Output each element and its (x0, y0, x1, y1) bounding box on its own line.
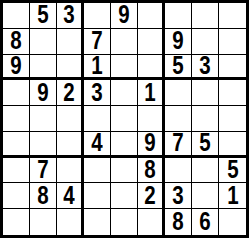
given-digit: 8 (144, 158, 155, 183)
given-digit: 5 (227, 158, 238, 183)
given-digit: 3 (199, 55, 210, 79)
sudoku-cell-r9c1[interactable] (3, 209, 30, 235)
sudoku-cell-r5c3[interactable] (57, 106, 84, 132)
sudoku-cell-r7c3[interactable] (57, 158, 84, 184)
sudoku-cell-r2c1[interactable]: 8 (3, 29, 30, 55)
sudoku-cell-r6c9[interactable] (219, 132, 246, 158)
sudoku-cell-r2c3[interactable] (57, 29, 84, 55)
sudoku-cell-r5c5[interactable] (111, 106, 138, 132)
given-digit: 8 (172, 209, 183, 235)
sudoku-cell-r1c7[interactable] (165, 3, 192, 29)
given-digit: 3 (172, 183, 183, 208)
sudoku-cell-r9c6[interactable] (138, 209, 165, 235)
given-digit: 1 (227, 183, 238, 208)
sudoku-cell-r9c9[interactable] (219, 209, 246, 235)
given-digit: 9 (118, 3, 129, 28)
sudoku-cell-r7c6[interactable]: 8 (138, 158, 165, 184)
sudoku-cell-r6c4[interactable]: 4 (84, 132, 111, 158)
sudoku-cell-r7c5[interactable] (111, 158, 138, 184)
sudoku-cell-r1c1[interactable] (3, 3, 30, 29)
sudoku-cell-r7c4[interactable] (84, 158, 111, 184)
sudoku-cell-r5c6[interactable] (138, 106, 165, 132)
sudoku-cell-r3c1[interactable]: 9 (3, 55, 30, 81)
sudoku-cell-r3c7[interactable]: 5 (165, 55, 192, 81)
sudoku-cell-r4c1[interactable] (3, 80, 30, 106)
sudoku-cell-r2c2[interactable] (30, 29, 57, 55)
sudoku-cell-r6c6[interactable]: 9 (138, 132, 165, 158)
sudoku-cell-r8c5[interactable] (111, 183, 138, 209)
sudoku-cell-r9c2[interactable] (30, 209, 57, 235)
sudoku-cell-r2c6[interactable] (138, 29, 165, 55)
sudoku-cell-r3c9[interactable] (219, 55, 246, 81)
sudoku-cell-r6c7[interactable]: 7 (165, 132, 192, 158)
sudoku-cell-r8c6[interactable]: 2 (138, 183, 165, 209)
sudoku-cell-r6c1[interactable] (3, 132, 30, 158)
sudoku-cell-r6c3[interactable] (57, 132, 84, 158)
sudoku-cell-r5c8[interactable] (192, 106, 219, 132)
sudoku-board: 5398799153923149757858423186 (0, 0, 249, 238)
given-digit: 6 (199, 209, 210, 235)
given-digit: 4 (63, 183, 74, 208)
sudoku-cell-r8c2[interactable]: 8 (30, 183, 57, 209)
sudoku-cell-r2c5[interactable] (111, 29, 138, 55)
sudoku-cell-r2c4[interactable]: 7 (84, 29, 111, 55)
sudoku-cell-r1c3[interactable]: 3 (57, 3, 84, 29)
sudoku-cell-r7c2[interactable]: 7 (30, 158, 57, 184)
sudoku-cell-r2c7[interactable]: 9 (165, 29, 192, 55)
sudoku-cell-r8c8[interactable] (192, 183, 219, 209)
sudoku-cell-r9c5[interactable] (111, 209, 138, 235)
sudoku-cell-r1c4[interactable] (84, 3, 111, 29)
given-digit: 1 (144, 80, 155, 105)
sudoku-cell-r4c2[interactable]: 9 (30, 80, 57, 106)
sudoku-cell-r9c3[interactable] (57, 209, 84, 235)
given-digit: 5 (172, 55, 183, 79)
given-digit: 8 (10, 29, 21, 54)
sudoku-cell-r4c5[interactable] (111, 80, 138, 106)
given-digit: 3 (63, 3, 74, 28)
sudoku-cell-r7c8[interactable] (192, 158, 219, 184)
sudoku-cell-r8c4[interactable] (84, 183, 111, 209)
given-digit: 8 (37, 183, 48, 208)
sudoku-cell-r2c9[interactable] (219, 29, 246, 55)
sudoku-cell-r9c4[interactable] (84, 209, 111, 235)
sudoku-cell-r9c8[interactable]: 6 (192, 209, 219, 235)
given-digit: 7 (91, 29, 102, 54)
given-digit: 7 (172, 132, 183, 156)
given-digit: 5 (37, 3, 48, 28)
sudoku-cell-r1c6[interactable] (138, 3, 165, 29)
sudoku-cell-r5c7[interactable] (165, 106, 192, 132)
sudoku-cell-r3c2[interactable] (30, 55, 57, 81)
sudoku-cell-r6c5[interactable] (111, 132, 138, 158)
given-digit: 9 (10, 55, 21, 79)
sudoku-cell-r8c3[interactable]: 4 (57, 183, 84, 209)
sudoku-cell-r1c9[interactable] (219, 3, 246, 29)
sudoku-cell-r1c5[interactable]: 9 (111, 3, 138, 29)
sudoku-cell-r7c1[interactable] (3, 158, 30, 184)
sudoku-cell-r8c7[interactable]: 3 (165, 183, 192, 209)
sudoku-cell-r8c9[interactable]: 1 (219, 183, 246, 209)
given-digit: 9 (37, 80, 48, 105)
sudoku-cell-r4c7[interactable] (165, 80, 192, 106)
sudoku-cell-r4c4[interactable]: 3 (84, 80, 111, 106)
sudoku-cell-r8c1[interactable] (3, 183, 30, 209)
sudoku-cell-r3c3[interactable] (57, 55, 84, 81)
given-digit: 4 (91, 132, 102, 156)
sudoku-cell-r3c4[interactable]: 1 (84, 55, 111, 81)
sudoku-cell-r5c9[interactable] (219, 106, 246, 132)
sudoku-cell-r7c7[interactable] (165, 158, 192, 184)
sudoku-cell-r2c8[interactable] (192, 29, 219, 55)
sudoku-cell-r3c5[interactable] (111, 55, 138, 81)
sudoku-cell-r4c8[interactable] (192, 80, 219, 106)
sudoku-cell-r1c8[interactable] (192, 3, 219, 29)
sudoku-cell-r4c3[interactable]: 2 (57, 80, 84, 106)
given-digit: 2 (144, 183, 155, 208)
given-digit: 7 (37, 158, 48, 183)
sudoku-cell-r5c4[interactable] (84, 106, 111, 132)
sudoku-cell-r1c2[interactable]: 5 (30, 3, 57, 29)
sudoku-cell-r3c8[interactable]: 3 (192, 55, 219, 81)
sudoku-cell-r5c1[interactable] (3, 106, 30, 132)
given-digit: 1 (91, 55, 102, 79)
given-digit: 3 (91, 80, 102, 105)
given-digit: 5 (199, 132, 210, 156)
sudoku-cell-r9c7[interactable]: 8 (165, 209, 192, 235)
given-digit: 9 (172, 29, 183, 54)
sudoku-cell-r3c6[interactable] (138, 55, 165, 81)
sudoku-cell-r4c9[interactable] (219, 80, 246, 106)
sudoku-cell-r6c2[interactable] (30, 132, 57, 158)
sudoku-cell-r4c6[interactable]: 1 (138, 80, 165, 106)
given-digit: 9 (144, 132, 155, 156)
sudoku-cell-r7c9[interactable]: 5 (219, 158, 246, 184)
given-digit: 2 (63, 80, 74, 105)
sudoku-cell-r6c8[interactable]: 5 (192, 132, 219, 158)
sudoku-cell-r5c2[interactable] (30, 106, 57, 132)
